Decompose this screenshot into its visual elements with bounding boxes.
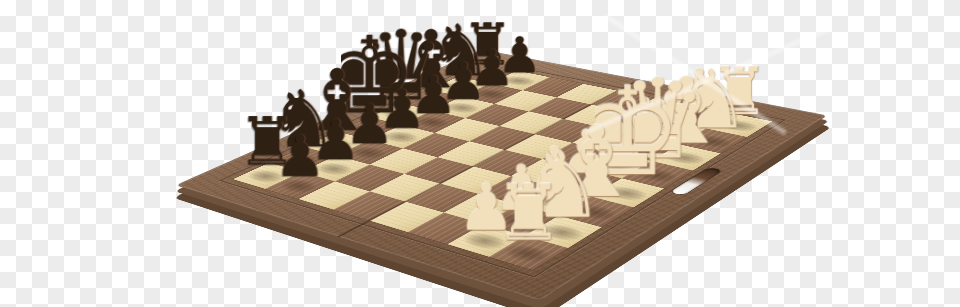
chess-board: ♜♞♝♛♚♝♞♜♟♟♟♟♟♟♟♟♟♟♟♟♟♟♟♟♜♞♝♛♚♝♞♜ bbox=[176, 50, 828, 302]
scene: ♜♞♝♛♚♝♞♜♟♟♟♟♟♟♟♟♟♟♟♟♟♟♟♟♜♞♝♛♚♝♞♜ bbox=[0, 0, 960, 307]
chess-set-product-photo: ♜♞♝♛♚♝♞♜♟♟♟♟♟♟♟♟♟♟♟♟♟♟♟♟♜♞♝♛♚♝♞♜ bbox=[0, 0, 960, 307]
